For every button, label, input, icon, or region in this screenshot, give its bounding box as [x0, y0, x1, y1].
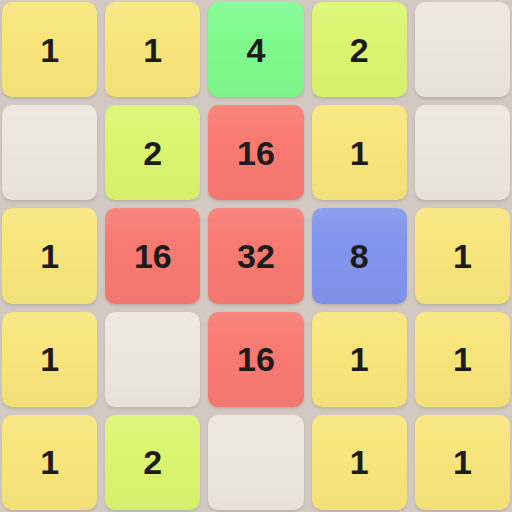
empty-cell-r5c3	[208, 415, 303, 510]
tile-1-r5c4: 1	[312, 415, 407, 510]
tile-2-r5c2: 2	[105, 415, 200, 510]
tile-16-r3c2: 16	[105, 208, 200, 303]
tile-16-r4c3: 16	[208, 312, 303, 407]
tile-32-r3c3: 32	[208, 208, 303, 303]
tile-1-r4c4: 1	[312, 312, 407, 407]
tile-1-r2c4: 1	[312, 105, 407, 200]
tile-1-r5c1: 1	[2, 415, 97, 510]
empty-cell-r1c5	[415, 2, 510, 97]
tile-1-r5c5: 1	[415, 415, 510, 510]
tile-8-r3c4: 8	[312, 208, 407, 303]
tile-16-r2c3: 16	[208, 105, 303, 200]
tile-1-r3c5: 1	[415, 208, 510, 303]
tile-2-r1c4: 2	[312, 2, 407, 97]
empty-cell-r2c5	[415, 105, 510, 200]
tile-1-r4c5: 1	[415, 312, 510, 407]
empty-cell-r2c1	[2, 105, 97, 200]
puzzle-board[interactable]: 114221611163281116111211	[0, 0, 512, 512]
tile-1-r3c1: 1	[2, 208, 97, 303]
tile-1-r1c1: 1	[2, 2, 97, 97]
tile-4-r1c3: 4	[208, 2, 303, 97]
tile-1-r4c1: 1	[2, 312, 97, 407]
tile-2-r2c2: 2	[105, 105, 200, 200]
empty-cell-r4c2	[105, 312, 200, 407]
tile-1-r1c2: 1	[105, 2, 200, 97]
